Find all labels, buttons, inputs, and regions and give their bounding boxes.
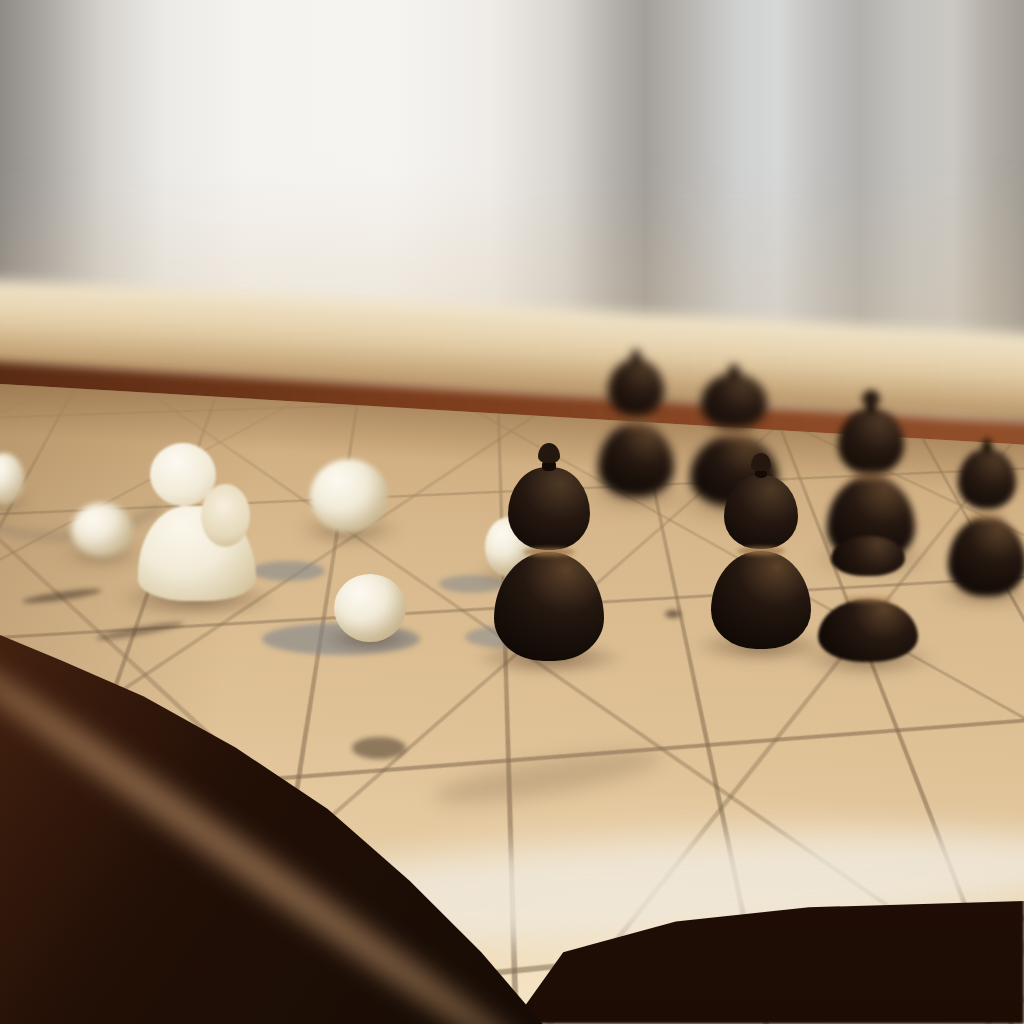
gourd-lower-bulb: [711, 551, 811, 649]
gourd-lower-bulb: [948, 517, 1024, 596]
gourd-finial-knob: [862, 390, 880, 405]
white-a2[interactable]: [71, 503, 133, 557]
dark-dot: [352, 737, 406, 759]
slate-mark-1: [251, 561, 325, 581]
gourd-upper-bulb: [608, 359, 664, 415]
gourd-upper-bulb: [508, 467, 589, 550]
black-c5[interactable]: [598, 349, 674, 497]
gourd-upper-bulb: [958, 449, 1016, 509]
gourd-waist-highlight: [844, 597, 892, 602]
gourd-finial-point: [982, 438, 993, 452]
gourd-finial-knob: [538, 443, 560, 463]
white-b2-large[interactable]: [138, 443, 256, 601]
gourd-upper-bulb: [831, 536, 905, 576]
gourd-upper-bulb: [724, 475, 798, 549]
gourd-upper-bulb: [701, 374, 766, 428]
gourd-upper-bulb: [838, 409, 903, 474]
board-game-photo: [0, 0, 1024, 1024]
white-b3[interactable]: [310, 459, 388, 533]
gourd-waist-highlight: [713, 432, 755, 438]
dark-speck: [665, 610, 681, 618]
white-c1[interactable]: [334, 574, 406, 642]
gourd-finial-knob: [751, 453, 771, 471]
gourd-lower-bulb: [818, 599, 918, 662]
gourd-waist-highlight: [737, 547, 785, 555]
hen-side-ball: [201, 484, 251, 547]
black-d2[interactable]: [711, 453, 811, 649]
gourd-finial-point: [631, 349, 642, 362]
gourd-finial-point: [728, 364, 740, 377]
black-e2[interactable]: [818, 536, 918, 662]
gourd-lower-bulb: [598, 423, 674, 497]
black-c3[interactable]: [494, 443, 604, 661]
gourd-lower-bulb: [494, 552, 604, 661]
black-e3[interactable]: [948, 438, 1024, 596]
gourd-waist-highlight: [968, 514, 1005, 520]
gourd-finial-neck: [866, 404, 877, 413]
gourd-waist-highlight: [618, 420, 654, 426]
